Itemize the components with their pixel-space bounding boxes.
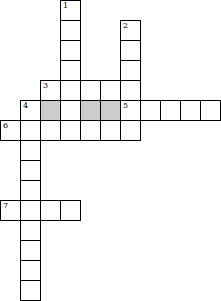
shaded-cell-r5c2[interactable] (40, 100, 61, 121)
clue-number-1: 1 (63, 1, 68, 10)
clue-number-5: 5 (123, 101, 128, 110)
grid-cell-r6c1[interactable] (20, 120, 41, 141)
grid-cell-r6c5[interactable] (100, 120, 121, 141)
grid-cell-r12c1[interactable] (20, 240, 41, 261)
grid-cell-r5c8[interactable] (160, 100, 181, 121)
clue-number-2: 2 (123, 21, 128, 30)
shaded-cell-r5c5[interactable] (100, 100, 121, 121)
grid-cell-r6c3[interactable] (60, 120, 81, 141)
grid-cell-r10c0[interactable]: 7 (0, 200, 21, 221)
crossword-grid: 1234567 (0, 0, 221, 301)
grid-cell-r5c7[interactable] (140, 100, 161, 121)
clue-number-3: 3 (43, 81, 48, 90)
grid-cell-r5c1[interactable]: 4 (20, 100, 41, 121)
grid-cell-r7c1[interactable] (20, 140, 41, 161)
grid-cell-r13c1[interactable] (20, 260, 41, 281)
grid-cell-r2c3[interactable] (60, 40, 81, 61)
grid-cell-r10c2[interactable] (40, 200, 61, 221)
grid-cell-r5c3[interactable] (60, 100, 81, 121)
grid-cell-r4c2[interactable]: 3 (40, 80, 61, 101)
grid-cell-r6c2[interactable] (40, 120, 61, 141)
grid-cell-r5c6[interactable]: 5 (120, 100, 141, 121)
grid-cell-r10c3[interactable] (60, 200, 81, 221)
grid-cell-r4c3[interactable] (60, 80, 81, 101)
grid-cell-r14c1[interactable] (20, 280, 41, 301)
grid-cell-r9c1[interactable] (20, 180, 41, 201)
grid-cell-r4c5[interactable] (100, 80, 121, 101)
grid-cell-r3c6[interactable] (120, 60, 141, 81)
grid-cell-r0c3[interactable]: 1 (60, 0, 81, 21)
grid-cell-r5c9[interactable] (180, 100, 201, 121)
grid-cell-r6c0[interactable]: 6 (0, 120, 21, 141)
shaded-cell-r5c4[interactable] (80, 100, 101, 121)
clue-number-4: 4 (23, 101, 28, 110)
grid-cell-r4c4[interactable] (80, 80, 101, 101)
grid-cell-r4c6[interactable] (120, 80, 141, 101)
grid-cell-r6c4[interactable] (80, 120, 101, 141)
clue-number-7: 7 (3, 201, 8, 210)
grid-cell-r11c1[interactable] (20, 220, 41, 241)
grid-cell-r5c10[interactable] (200, 100, 221, 121)
grid-cell-r3c3[interactable] (60, 60, 81, 81)
grid-cell-r6c6[interactable] (120, 120, 141, 141)
grid-cell-r10c1[interactable] (20, 200, 41, 221)
grid-cell-r8c1[interactable] (20, 160, 41, 181)
grid-cell-r2c6[interactable] (120, 40, 141, 61)
grid-cell-r1c6[interactable]: 2 (120, 20, 141, 41)
clue-number-6: 6 (3, 121, 8, 130)
grid-cell-r1c3[interactable] (60, 20, 81, 41)
